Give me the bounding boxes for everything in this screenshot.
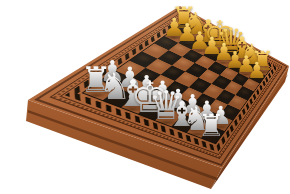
piece-black-pawn[interactable]: ♟ <box>247 59 267 81</box>
chess-set-scene: ♜♞♝♚♛♝♞♜♟♟♟♟♟♟♟♟♟♟♟♟♟♟♟♟♜♞♝♚♛♝♞♜ <box>0 0 290 194</box>
pieces-layer: ♜♞♝♚♛♝♞♜♟♟♟♟♟♟♟♟♟♟♟♟♟♟♟♟♜♞♝♚♛♝♞♜ <box>0 0 290 194</box>
piece-white-rook[interactable]: ♜ <box>198 111 225 142</box>
